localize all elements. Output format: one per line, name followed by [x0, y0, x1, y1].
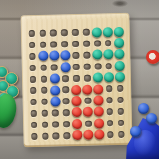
hole-opening [73, 52, 80, 59]
peg-blue-top [50, 85, 60, 95]
hole-opening [31, 133, 38, 140]
hole[interactable] [49, 62, 60, 74]
peg-green[interactable] [103, 49, 114, 61]
hole-opening [52, 121, 59, 128]
hole[interactable] [83, 118, 94, 130]
hole-opening [40, 76, 47, 83]
peg-red[interactable] [83, 129, 94, 141]
peg-red-top [72, 96, 82, 106]
hole[interactable] [60, 84, 71, 96]
peg-green-top [103, 27, 113, 37]
peg-green[interactable] [102, 26, 113, 38]
peg-green-top [114, 27, 124, 37]
hole[interactable] [82, 95, 93, 107]
hole-opening [106, 86, 113, 93]
hole[interactable] [27, 74, 38, 86]
peg-green-top [103, 50, 113, 60]
hole[interactable] [27, 62, 38, 74]
hole-opening [63, 98, 70, 105]
hole-opening [73, 64, 80, 71]
hole[interactable] [39, 96, 50, 108]
hole[interactable] [28, 119, 39, 131]
hole[interactable] [115, 94, 126, 106]
peg-red[interactable] [94, 129, 105, 141]
peg-green[interactable] [114, 37, 125, 49]
peg-blue[interactable] [59, 50, 70, 62]
hole[interactable] [60, 73, 71, 85]
loose-red-peg[interactable] [146, 50, 159, 64]
hole[interactable] [103, 60, 114, 72]
hole-opening [107, 108, 114, 115]
hole[interactable] [61, 130, 72, 142]
peg-red-top [82, 84, 92, 94]
hole[interactable] [104, 94, 115, 106]
hole[interactable] [81, 38, 92, 50]
hole-opening [105, 40, 112, 47]
peg-blue[interactable] [49, 73, 60, 85]
hole[interactable] [29, 131, 40, 143]
hole[interactable] [103, 37, 114, 49]
hole-opening [107, 131, 114, 138]
hole-opening [83, 52, 90, 59]
hole[interactable] [81, 61, 92, 73]
hole-opening [42, 133, 49, 140]
hole-opening [51, 41, 58, 48]
hole-opening [42, 121, 49, 128]
hole-opening [30, 76, 37, 83]
peg-green-top [93, 73, 103, 83]
hole-opening [117, 85, 124, 92]
hole-opening [117, 108, 124, 115]
peg-green[interactable] [114, 49, 125, 61]
hole[interactable] [50, 107, 61, 119]
hole-opening [73, 75, 80, 82]
hole-opening [39, 30, 46, 37]
peg-grid [20, 13, 132, 148]
hole[interactable] [61, 96, 72, 108]
hole-opening [62, 75, 69, 82]
hole-opening [117, 97, 124, 104]
hole-opening [64, 132, 71, 139]
hole-opening [53, 132, 60, 139]
hole-opening [61, 30, 68, 37]
peg-green[interactable] [92, 26, 103, 38]
loose-blue-peg[interactable] [138, 103, 149, 114]
hole[interactable] [59, 27, 70, 39]
hole[interactable] [115, 106, 126, 118]
hole[interactable] [61, 107, 72, 119]
hole[interactable] [105, 117, 116, 129]
peg-red[interactable] [83, 106, 94, 118]
hole-opening [41, 110, 48, 117]
hole-opening [95, 63, 102, 70]
hole[interactable] [28, 85, 39, 97]
hole[interactable] [70, 27, 81, 39]
hole-opening [72, 29, 79, 36]
peg-red[interactable] [71, 95, 82, 107]
peg-green-top [115, 61, 125, 71]
hole[interactable] [115, 83, 126, 95]
hole-opening [29, 65, 36, 72]
hole-opening [83, 29, 90, 36]
peg-green[interactable] [113, 26, 124, 38]
hole[interactable] [70, 50, 81, 62]
hole[interactable] [37, 39, 48, 51]
hole[interactable] [104, 83, 115, 95]
peg-red-top [93, 84, 103, 94]
peg-red[interactable] [93, 95, 104, 107]
peg-red-top [83, 107, 93, 117]
hole-opening [41, 87, 48, 94]
peg-red-top [94, 95, 104, 105]
peg-blue-top [60, 51, 70, 61]
peg-red-top [72, 85, 82, 95]
hole-opening [29, 42, 36, 49]
peg-green[interactable] [114, 60, 125, 72]
loose-blue-peg[interactable] [146, 113, 157, 124]
peg-green[interactable] [92, 49, 103, 61]
peg-red[interactable] [72, 118, 83, 130]
hole[interactable] [38, 62, 49, 74]
peg-red-top [94, 118, 104, 128]
peg-red-top [84, 130, 94, 140]
hole-opening [94, 40, 101, 47]
peg-red[interactable] [72, 107, 83, 119]
peg-green-top [93, 50, 103, 60]
hole-opening [40, 42, 47, 49]
peg-blue[interactable] [50, 96, 61, 108]
hole[interactable] [50, 119, 61, 131]
hole-opening [118, 131, 125, 138]
hole-opening [50, 30, 57, 37]
hole[interactable] [116, 128, 127, 140]
peg-red[interactable] [93, 83, 104, 95]
hole[interactable] [38, 73, 49, 85]
hole[interactable] [116, 117, 127, 129]
hole-opening [30, 99, 37, 106]
peg-blue-top [38, 51, 48, 61]
hole[interactable] [39, 107, 50, 119]
hole[interactable] [40, 130, 51, 142]
hole-opening [105, 63, 112, 70]
peg-green[interactable] [93, 72, 104, 84]
hole-opening [84, 75, 91, 82]
peg-blue-top [49, 51, 59, 61]
peg-red-top [73, 130, 83, 140]
peg-red[interactable] [94, 118, 105, 130]
peg-red[interactable] [71, 84, 82, 96]
hole[interactable] [104, 106, 115, 118]
hole-opening [72, 41, 79, 48]
hole-opening [63, 121, 70, 128]
hole-opening [30, 110, 37, 117]
pegboard [20, 13, 132, 148]
peg-blue[interactable] [60, 61, 71, 73]
peg-red[interactable] [82, 84, 93, 96]
loose-blue-peg[interactable] [130, 126, 141, 137]
peg-green-top [92, 27, 102, 37]
peg-blue[interactable] [49, 50, 60, 62]
peg-green-top [115, 72, 125, 82]
hole[interactable] [71, 72, 82, 84]
green-cloth-bag[interactable] [0, 92, 20, 130]
hole-opening [63, 87, 70, 94]
hole[interactable] [48, 27, 59, 39]
hole-opening [51, 64, 58, 71]
hole-opening [30, 87, 37, 94]
hole-opening [107, 120, 114, 127]
hole[interactable] [81, 49, 92, 61]
hole[interactable] [82, 72, 93, 84]
hole[interactable] [81, 27, 92, 39]
hole-opening [85, 120, 92, 127]
hole[interactable] [50, 130, 61, 142]
hole-opening [28, 30, 35, 37]
peg-red-top [94, 130, 104, 140]
peg-green-top [114, 49, 124, 59]
peg-red-top [72, 107, 82, 117]
hole-opening [63, 109, 70, 116]
hole[interactable] [59, 39, 70, 51]
hole-opening [41, 99, 48, 106]
hole[interactable] [26, 39, 37, 51]
peg-blue[interactable] [49, 84, 60, 96]
hole[interactable] [28, 108, 39, 120]
peg-green-top [114, 38, 124, 48]
peg-blue-top [50, 96, 60, 106]
peg-green[interactable] [104, 72, 115, 84]
hole-opening [29, 53, 36, 60]
hole[interactable] [27, 51, 38, 63]
hole[interactable] [48, 39, 59, 51]
peg-red[interactable] [93, 106, 104, 118]
peg-blue-top [50, 74, 60, 84]
hole-opening [40, 64, 47, 71]
hole[interactable] [28, 96, 39, 108]
hole-opening [84, 63, 91, 70]
hole-opening [85, 97, 92, 104]
hole[interactable] [71, 61, 82, 73]
wood-knot [112, 0, 128, 7]
peg-red[interactable] [72, 129, 83, 141]
hole[interactable] [70, 38, 81, 50]
hole-opening [61, 41, 68, 48]
hole[interactable] [92, 38, 103, 50]
hole[interactable] [37, 28, 48, 40]
peg-red-top [94, 107, 104, 117]
hole[interactable] [39, 119, 50, 131]
peg-green-top [104, 72, 114, 82]
hole-opening [52, 110, 59, 117]
hole-opening [83, 41, 90, 48]
hole[interactable] [92, 61, 103, 73]
peg-red-top [72, 119, 82, 129]
hole[interactable] [38, 85, 49, 97]
hole-opening [31, 122, 38, 129]
hole[interactable] [26, 28, 37, 40]
peg-blue[interactable] [38, 50, 49, 62]
hole-opening [106, 97, 113, 104]
peg-blue-top [60, 62, 70, 72]
hole-opening [118, 119, 125, 126]
peg-green[interactable] [114, 71, 125, 83]
hole[interactable] [105, 129, 116, 141]
hole[interactable] [61, 118, 72, 130]
table-surface [0, 0, 159, 159]
